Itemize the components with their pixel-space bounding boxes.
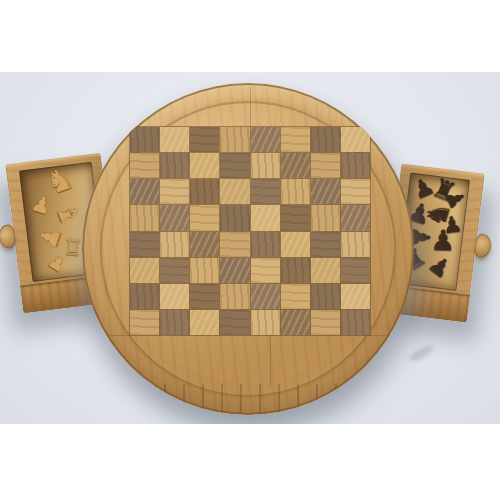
square-c3 xyxy=(190,258,219,283)
square-f2 xyxy=(281,284,310,309)
square-a8 xyxy=(130,127,159,152)
square-e8 xyxy=(251,127,280,152)
square-c4 xyxy=(190,232,219,257)
square-c8 xyxy=(190,127,219,152)
square-b3 xyxy=(160,258,189,283)
square-d8 xyxy=(220,127,249,152)
square-c2 xyxy=(190,284,219,309)
wood-seam xyxy=(250,87,251,127)
square-f4 xyxy=(281,232,310,257)
square-a1 xyxy=(130,310,159,335)
square-d7 xyxy=(220,153,249,178)
chess-board xyxy=(82,83,414,415)
square-b6 xyxy=(160,179,189,204)
board-grid xyxy=(130,127,370,335)
square-b4 xyxy=(160,232,189,257)
square-g8 xyxy=(311,127,340,152)
square-e6 xyxy=(251,179,280,204)
square-b8 xyxy=(160,127,189,152)
left-tray-piece: ♟ xyxy=(45,249,71,276)
square-e2 xyxy=(251,284,280,309)
square-f5 xyxy=(281,205,310,230)
letterbox-band-top xyxy=(0,0,500,72)
square-d4 xyxy=(220,232,249,257)
letterbox-band-bottom xyxy=(0,424,500,500)
square-h6 xyxy=(341,179,370,204)
square-a3 xyxy=(130,258,159,283)
left-tray-piece: ♟ xyxy=(29,192,55,219)
square-f6 xyxy=(281,179,310,204)
square-d6 xyxy=(220,179,249,204)
square-e4 xyxy=(251,232,280,257)
square-f3 xyxy=(281,258,310,283)
wood-seam xyxy=(270,335,271,387)
square-g6 xyxy=(311,179,340,204)
square-g7 xyxy=(311,153,340,178)
square-a4 xyxy=(130,232,159,257)
square-a7 xyxy=(130,153,159,178)
square-g5 xyxy=(311,205,340,230)
square-g1 xyxy=(311,310,340,335)
square-c5 xyxy=(190,205,219,230)
product-photo: ♞♟♝♟♜♟ ♟♜♟♟♞♟♟♟♜♟ xyxy=(0,0,500,500)
square-a5 xyxy=(130,205,159,230)
square-d1 xyxy=(220,310,249,335)
square-f8 xyxy=(281,127,310,152)
square-e7 xyxy=(251,153,280,178)
square-b2 xyxy=(160,284,189,309)
square-g3 xyxy=(311,258,340,283)
left-tray-piece: ♝ xyxy=(52,198,85,229)
square-b7 xyxy=(160,153,189,178)
square-c7 xyxy=(190,153,219,178)
square-h1 xyxy=(341,310,370,335)
square-d3 xyxy=(220,258,249,283)
square-f1 xyxy=(281,310,310,335)
square-a2 xyxy=(130,284,159,309)
square-h7 xyxy=(341,153,370,178)
square-h4 xyxy=(341,232,370,257)
square-g2 xyxy=(311,284,340,309)
square-e3 xyxy=(251,258,280,283)
square-h3 xyxy=(341,258,370,283)
square-a6 xyxy=(130,179,159,204)
square-g4 xyxy=(311,232,340,257)
square-c1 xyxy=(190,310,219,335)
square-e5 xyxy=(251,205,280,230)
square-h5 xyxy=(341,205,370,230)
square-e1 xyxy=(251,310,280,335)
left-drawer-knob xyxy=(0,224,16,250)
square-b5 xyxy=(160,205,189,230)
square-d2 xyxy=(220,284,249,309)
square-c6 xyxy=(190,179,219,204)
square-d5 xyxy=(220,205,249,230)
square-h2 xyxy=(341,284,370,309)
square-f7 xyxy=(281,153,310,178)
square-b1 xyxy=(160,310,189,335)
